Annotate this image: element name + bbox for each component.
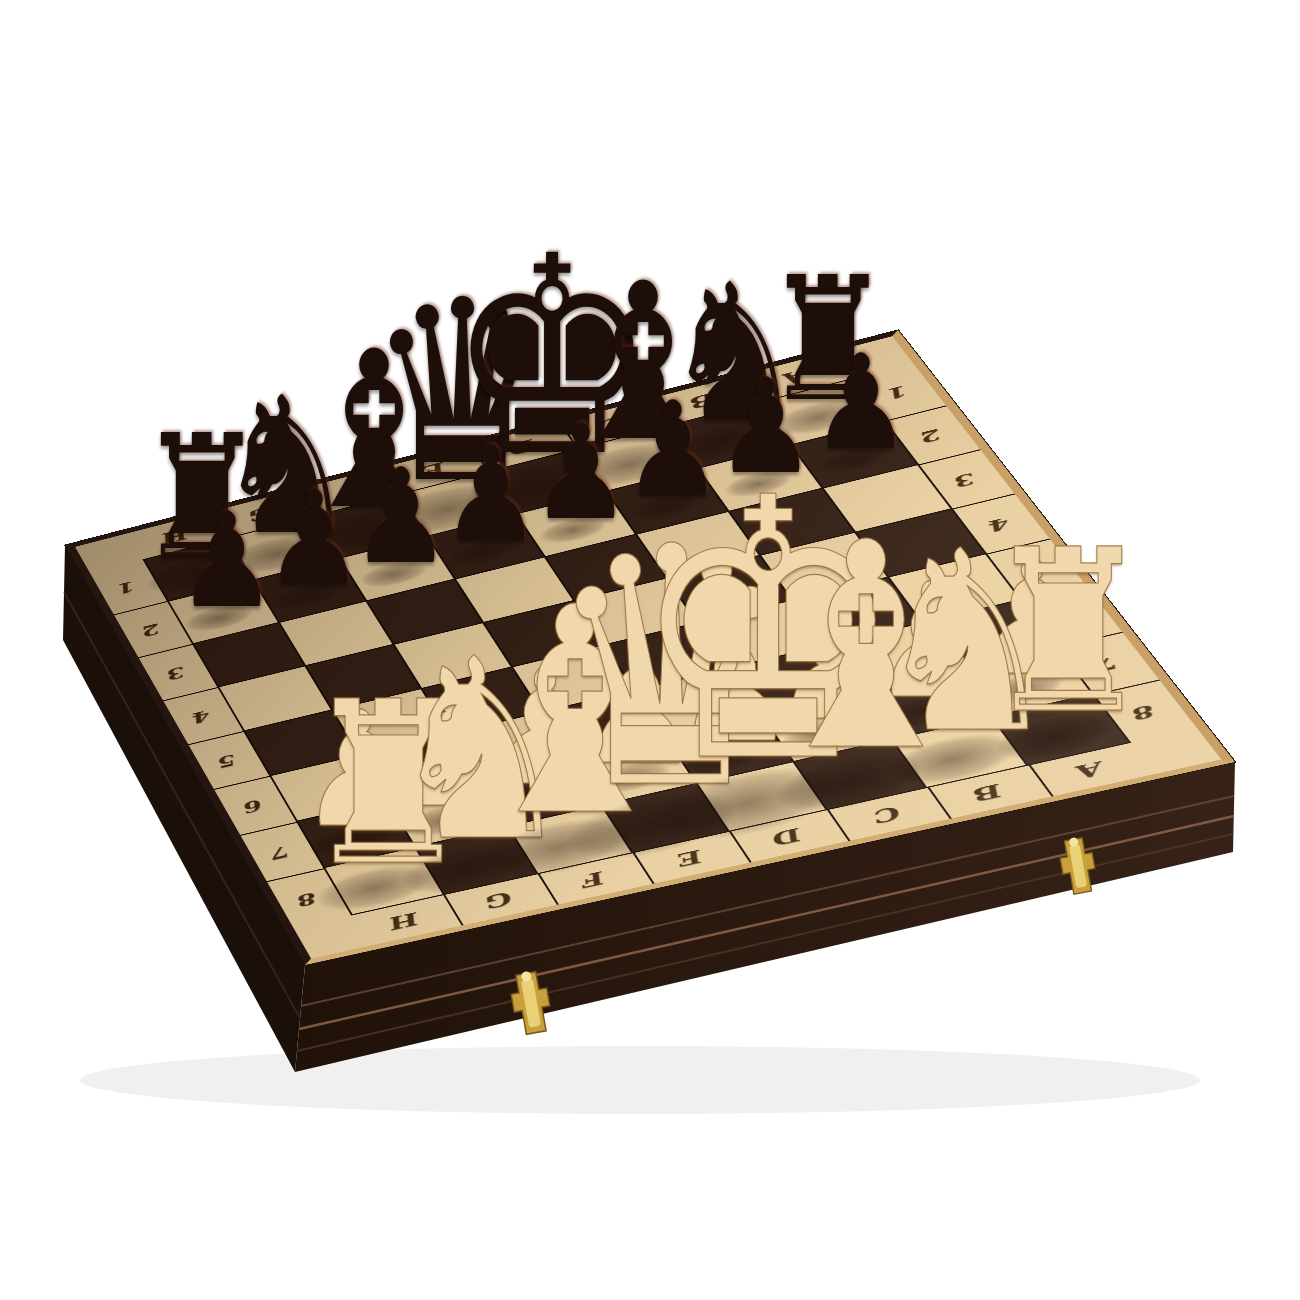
pieces-layer: ♜♞♝♛♚♝♞♜♟♟♟♟♟♟♟♟♟♟♟♟♟♟♟♟♜♞♝♛♚♝♞♜ [0,0,1300,1300]
dark-pawn[interactable]: ♟ [441,429,541,560]
photo-stage: HGFEDCBA HGFEDCBA 12345678 12345678 ♜♞♝♛… [0,0,1300,1300]
dark-pawn[interactable]: ♟ [177,495,277,626]
dark-pawn[interactable]: ♟ [351,451,451,582]
light-rook[interactable]: ♜ [982,520,1153,745]
dark-pawn[interactable]: ♟ [264,473,364,604]
